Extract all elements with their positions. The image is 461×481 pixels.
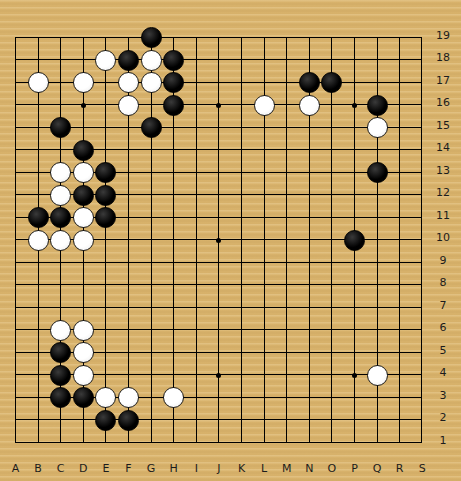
black-stone: [367, 95, 388, 116]
star-point: [352, 103, 357, 108]
row-label: 19: [430, 29, 456, 42]
row-label: 13: [430, 164, 456, 177]
white-stone: [118, 72, 139, 93]
black-stone: [73, 387, 94, 408]
row-label: 10: [430, 231, 456, 244]
star-point: [81, 103, 86, 108]
column-label: L: [261, 462, 267, 475]
row-label: 7: [430, 299, 456, 312]
row-label: 11: [430, 209, 456, 222]
white-stone: [141, 72, 162, 93]
row-label: 6: [430, 321, 456, 334]
black-stone: [141, 27, 162, 48]
white-stone: [73, 365, 94, 386]
column-label: I: [195, 462, 198, 475]
row-label: 12: [430, 186, 456, 199]
column-label: K: [238, 462, 245, 475]
white-stone: [50, 230, 71, 251]
black-stone: [367, 162, 388, 183]
black-stone: [299, 72, 320, 93]
white-stone: [28, 72, 49, 93]
white-stone: [28, 230, 49, 251]
black-stone: [73, 185, 94, 206]
row-label: 14: [430, 141, 456, 154]
row-label: 1: [430, 434, 456, 447]
white-stone: [73, 230, 94, 251]
row-label: 4: [430, 366, 456, 379]
row-label: 18: [430, 51, 456, 64]
column-label: B: [34, 462, 42, 475]
star-point: [216, 103, 221, 108]
white-stone: [73, 320, 94, 341]
black-stone: [50, 365, 71, 386]
white-stone: [118, 387, 139, 408]
black-stone: [28, 207, 49, 228]
white-stone: [118, 95, 139, 116]
white-stone: [367, 117, 388, 138]
row-label: 3: [430, 389, 456, 402]
black-stone: [344, 230, 365, 251]
column-label: P: [351, 462, 358, 475]
white-stone: [73, 342, 94, 363]
black-stone: [95, 410, 116, 431]
column-label: C: [57, 462, 65, 475]
white-stone: [299, 95, 320, 116]
column-label: A: [12, 462, 20, 475]
white-stone: [95, 50, 116, 71]
black-stone: [141, 117, 162, 138]
row-label: 17: [430, 74, 456, 87]
black-stone: [73, 140, 94, 161]
row-label: 15: [430, 119, 456, 132]
row-label: 8: [430, 276, 456, 289]
column-label: J: [217, 462, 220, 475]
column-label: O: [328, 462, 337, 475]
row-label: 2: [430, 411, 456, 424]
white-stone: [141, 50, 162, 71]
black-stone: [118, 50, 139, 71]
white-stone: [73, 207, 94, 228]
white-stone: [254, 95, 275, 116]
black-stone: [118, 410, 139, 431]
star-point: [216, 238, 221, 243]
white-stone: [367, 365, 388, 386]
white-stone: [50, 320, 71, 341]
column-label: H: [170, 462, 178, 475]
row-label: 16: [430, 96, 456, 109]
row-label: 5: [430, 344, 456, 357]
star-point: [352, 373, 357, 378]
column-label: Q: [373, 462, 382, 475]
column-label: R: [396, 462, 404, 475]
column-label: F: [125, 462, 131, 475]
column-label: S: [419, 462, 426, 475]
black-stone: [163, 50, 184, 71]
column-label: M: [282, 462, 292, 475]
row-label: 9: [430, 254, 456, 267]
black-stone: [163, 95, 184, 116]
column-label: G: [147, 462, 156, 475]
column-label: E: [102, 462, 109, 475]
white-stone: [50, 185, 71, 206]
white-stone: [73, 162, 94, 183]
star-point: [216, 373, 221, 378]
white-stone: [73, 72, 94, 93]
go-board-screenshot: ABCDEFGHIJKLMNOPQRS 19181716151413121110…: [0, 0, 461, 481]
column-label: N: [305, 462, 313, 475]
column-label: D: [79, 462, 87, 475]
black-stone: [95, 185, 116, 206]
